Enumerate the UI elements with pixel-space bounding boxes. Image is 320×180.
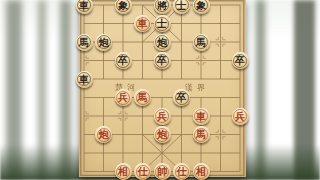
black-soldier-piece[interactable]: 卒 xyxy=(154,52,171,69)
black-chariot-piece[interactable]: 車 xyxy=(76,71,93,88)
black-horse-piece[interactable]: 馬 xyxy=(193,34,210,51)
black-cannon-piece[interactable]: 炮 xyxy=(95,34,112,51)
red-chariot-piece[interactable]: 車 xyxy=(193,108,210,125)
red-soldier-piece[interactable]: 兵 xyxy=(115,89,132,106)
black-chariot-piece[interactable]: 車 xyxy=(76,0,93,14)
red-advisor-piece[interactable]: 仕 xyxy=(134,163,151,180)
red-soldier-piece[interactable]: 兵 xyxy=(232,108,249,125)
xiangqi-board[interactable]: 楚河 漢界 車象將士象車士馬炮炮馬卒卒卒車兵馬卒兵車兵炮炮馬相仕帥仕相 xyxy=(79,0,246,177)
black-advisor-piece[interactable]: 士 xyxy=(173,0,190,14)
red-chariot-piece[interactable]: 車 xyxy=(134,15,151,32)
black-soldier-piece[interactable]: 卒 xyxy=(173,89,190,106)
black-horse-piece[interactable]: 馬 xyxy=(76,34,93,51)
red-horse-piece[interactable]: 馬 xyxy=(134,89,151,106)
red-cannon-piece[interactable]: 炮 xyxy=(154,126,171,143)
black-elephant-piece[interactable]: 象 xyxy=(115,0,132,14)
red-horse-piece[interactable]: 馬 xyxy=(193,126,210,143)
red-elephant-piece[interactable]: 相 xyxy=(193,163,210,180)
black-soldier-piece[interactable]: 卒 xyxy=(232,52,249,69)
red-elephant-piece[interactable]: 相 xyxy=(115,163,132,180)
red-advisor-piece[interactable]: 仕 xyxy=(173,163,190,180)
black-soldier-piece[interactable]: 卒 xyxy=(115,52,132,69)
black-general-piece[interactable]: 將 xyxy=(154,0,171,14)
red-cannon-piece[interactable]: 炮 xyxy=(95,126,112,143)
red-general-piece[interactable]: 帥 xyxy=(154,163,171,180)
black-advisor-piece[interactable]: 士 xyxy=(154,15,171,32)
black-elephant-piece[interactable]: 象 xyxy=(193,0,210,14)
game-screen: 楚河 漢界 車象將士象車士馬炮炮馬卒卒卒車兵馬卒兵車兵炮炮馬相仕帥仕相 xyxy=(0,0,320,180)
red-soldier-piece[interactable]: 兵 xyxy=(154,108,171,125)
black-cannon-piece[interactable]: 炮 xyxy=(154,34,171,51)
